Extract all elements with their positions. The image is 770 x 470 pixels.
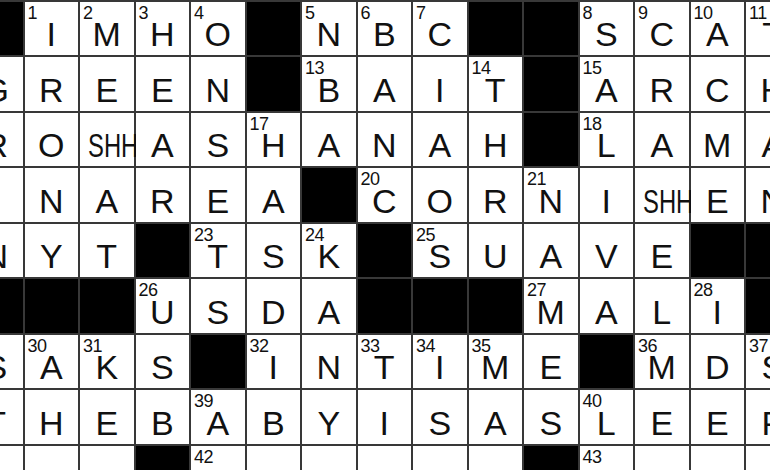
cell-r5c2[interactable]: Y (25, 224, 81, 280)
cell-r4c1[interactable]: 19I (0, 168, 25, 224)
cell-letter: N (302, 350, 356, 384)
rebus-letter: SHH (643, 184, 680, 218)
cell-letter: S (580, 17, 634, 51)
cell-r3c12[interactable]: 18L (580, 113, 636, 169)
cell-r2c4[interactable]: E (136, 57, 192, 113)
cell-r9c8[interactable] (358, 446, 414, 470)
cell-r3c3[interactable]: SHH (80, 113, 136, 169)
cell-letter: I (247, 350, 301, 384)
cell-letter: A (580, 73, 634, 107)
cell-r3c10[interactable]: H (469, 113, 525, 169)
cell-letter: M (524, 295, 578, 329)
black-cell-r9c11 (524, 446, 580, 470)
black-cell-r4c7 (302, 168, 358, 224)
cell-letter: B (358, 17, 412, 51)
cell-r7c8[interactable]: 33T (358, 335, 414, 391)
cell-r7c13[interactable]: 36M (635, 335, 691, 391)
cell-letter: B (136, 406, 190, 440)
black-cell-r9c4 (136, 446, 192, 470)
cell-r9c13[interactable] (635, 446, 691, 470)
clue-number: 42 (194, 448, 213, 466)
cell-r2c9[interactable]: I (413, 57, 469, 113)
cell-letter: A (358, 73, 412, 107)
cell-letter: A (524, 239, 578, 273)
black-cell-r2c11 (524, 57, 580, 113)
cell-letter: N (524, 184, 578, 218)
cell-r7c3[interactable]: 31K (80, 335, 136, 391)
cell-r3c4[interactable]: A (136, 113, 192, 169)
cell-r5c11[interactable]: A (524, 224, 580, 280)
cell-letter: C (413, 17, 467, 51)
cell-letter: A (469, 406, 523, 440)
cell-letter: A (191, 406, 245, 440)
cell-r8c9[interactable]: S (413, 390, 469, 446)
cell-letter: A (136, 128, 190, 162)
cell-r4c10[interactable]: R (469, 168, 525, 224)
cell-r3c14[interactable]: M (691, 113, 747, 169)
cell-letter: K (80, 350, 134, 384)
cell-letter: T (191, 239, 245, 273)
black-cell-r6c3 (80, 279, 136, 335)
cell-letter: E (191, 184, 245, 218)
cell-r3c9[interactable]: A (413, 113, 469, 169)
cell-r1c5[interactable]: 4O (191, 2, 247, 58)
cell-r3c6[interactable]: 17H (247, 113, 303, 169)
cell-r3c7[interactable]: A (302, 113, 358, 169)
cell-r9c6[interactable] (247, 446, 303, 470)
cell-r1c9[interactable]: 7C (413, 2, 469, 58)
cell-r1c2[interactable]: 1I (25, 2, 81, 58)
cell-r9c1[interactable]: 41 (0, 446, 25, 470)
black-cell-r5c15 (746, 224, 770, 280)
black-cell-r6c9 (413, 279, 469, 335)
cell-r7c1[interactable]: 29S (0, 335, 25, 391)
cell-r6c11[interactable]: 27M (524, 279, 580, 335)
cell-letter: T (0, 406, 23, 440)
cell-letter: A (80, 184, 134, 218)
cell-letter: N (302, 17, 356, 51)
cell-r8c11[interactable]: S (524, 390, 580, 446)
cell-r9c7[interactable] (302, 446, 358, 470)
cell-r4c11[interactable]: 21N (524, 168, 580, 224)
cell-letter: C (358, 184, 412, 218)
black-cell-r1c1 (0, 2, 25, 58)
cell-letter: A (413, 128, 467, 162)
cell-letter: I (413, 350, 467, 384)
black-cell-r6c8 (358, 279, 414, 335)
black-cell-r7c5 (191, 335, 247, 391)
cell-r4c8[interactable]: 20C (358, 168, 414, 224)
cell-r4c3[interactable]: A (80, 168, 136, 224)
cell-r2c14[interactable]: C (691, 57, 747, 113)
cell-r3c15[interactable]: A (746, 113, 770, 169)
cell-letter: M (635, 350, 689, 384)
cell-letter: D (247, 295, 301, 329)
cell-r5c13[interactable]: E (635, 224, 691, 280)
cell-letter: S (191, 128, 245, 162)
cell-r2c1[interactable]: 12G (0, 57, 25, 113)
cell-letter: I (413, 73, 467, 107)
cell-r9c2[interactable] (25, 446, 81, 470)
cell-letter: I (580, 184, 634, 218)
cell-r1c7[interactable]: 5N (302, 2, 358, 58)
cell-r8c5[interactable]: 39A (191, 390, 247, 446)
cell-letter: A (25, 350, 79, 384)
cell-letter: U (469, 239, 523, 273)
cell-letter: N (358, 128, 412, 162)
cell-letter: G (0, 73, 23, 107)
rebus-letter: SHH (88, 128, 125, 162)
cell-r8c12[interactable]: 40L (580, 390, 636, 446)
cell-letter: V (580, 239, 634, 273)
cell-letter: N (191, 73, 245, 107)
cell-r7c10[interactable]: 35M (469, 335, 525, 391)
cell-letter: S (524, 406, 578, 440)
black-cell-r6c2 (25, 279, 81, 335)
cell-letter: A (302, 128, 356, 162)
cell-letter: Y (25, 239, 79, 273)
cell-letter: E (524, 350, 578, 384)
cell-letter: N (0, 239, 23, 273)
cell-r9c9[interactable] (413, 446, 469, 470)
crossword-board: 1I2M3H4O5N6B7C8S9C10A11T12GREEN13BAI14T1… (0, 0, 770, 470)
cell-r9c12[interactable]: 43 (580, 446, 636, 470)
cell-r5c7[interactable]: 24K (302, 224, 358, 280)
cell-r2c7[interactable]: 13B (302, 57, 358, 113)
cell-r3c8[interactable]: N (358, 113, 414, 169)
black-cell-r2c6 (247, 57, 303, 113)
cell-letter: M (691, 128, 745, 162)
cell-letter: A (580, 295, 634, 329)
black-cell-r1c6 (247, 2, 303, 58)
cell-letter: B (302, 73, 356, 107)
cell-r6c7[interactable]: A (302, 279, 358, 335)
cell-letter: S (746, 350, 770, 384)
cell-r6c6[interactable]: D (247, 279, 303, 335)
cell-letter: T (746, 17, 770, 51)
cell-r3c2[interactable]: O (25, 113, 81, 169)
cell-r2c2[interactable]: R (25, 57, 81, 113)
cell-r8c7[interactable]: Y (302, 390, 358, 446)
cell-letter: I (358, 406, 412, 440)
cell-letter: N (746, 184, 770, 218)
cell-letter: I (0, 184, 23, 218)
cell-letter: O (25, 128, 79, 162)
cell-letter: R (0, 128, 23, 162)
cell-r4c4[interactable]: R (136, 168, 192, 224)
cell-letter: H (247, 128, 301, 162)
cell-letter: E (691, 184, 745, 218)
cell-r7c9[interactable]: 34I (413, 335, 469, 391)
cell-letter: D (691, 350, 745, 384)
cell-letter: P (746, 406, 770, 440)
cell-r6c14[interactable]: 28I (691, 279, 747, 335)
cell-r4c13[interactable]: SHH (635, 168, 691, 224)
cell-letter: L (580, 406, 634, 440)
cell-r6c4[interactable]: 26U (136, 279, 192, 335)
cell-letter: S (247, 239, 301, 273)
cell-r2c5[interactable]: N (191, 57, 247, 113)
cell-r2c15[interactable]: H (746, 57, 770, 113)
cell-r7c6[interactable]: 32I (247, 335, 303, 391)
cell-r4c14[interactable]: E (691, 168, 747, 224)
cell-r5c6[interactable]: S (247, 224, 303, 280)
black-cell-r3c11 (524, 113, 580, 169)
cell-r7c2[interactable]: 30A (25, 335, 81, 391)
cell-letter: H (469, 128, 523, 162)
cell-letter: S (191, 295, 245, 329)
cell-r9c14[interactable] (691, 446, 747, 470)
cell-r1c13[interactable]: 9C (635, 2, 691, 58)
cell-r1c14[interactable]: 10A (691, 2, 747, 58)
cell-letter: H (746, 73, 770, 107)
cell-letter: R (469, 184, 523, 218)
cell-r6c12[interactable]: A (580, 279, 636, 335)
cell-r7c15[interactable]: 37S (746, 335, 770, 391)
cell-r4c9[interactable]: O (413, 168, 469, 224)
cell-r8c4[interactable]: B (136, 390, 192, 446)
cell-letter: Y (302, 406, 356, 440)
black-cell-r6c1 (0, 279, 25, 335)
cell-letter: E (691, 406, 745, 440)
cell-letter: T (358, 350, 412, 384)
cell-r6c13[interactable]: L (635, 279, 691, 335)
cell-letter: B (247, 406, 301, 440)
cell-letter: C (635, 17, 689, 51)
cell-r4c6[interactable]: A (247, 168, 303, 224)
cell-letter: E (136, 73, 190, 107)
cell-r2c8[interactable]: A (358, 57, 414, 113)
black-cell-r1c10 (469, 2, 525, 58)
cell-r4c12[interactable]: I (580, 168, 636, 224)
cell-letter: M (80, 17, 134, 51)
cell-letter: S (413, 406, 467, 440)
cell-letter: O (413, 184, 467, 218)
cell-letter: A (247, 184, 301, 218)
cell-r9c3[interactable] (80, 446, 136, 470)
cell-letter: I (25, 17, 79, 51)
cell-r8c13[interactable]: E (635, 390, 691, 446)
cell-letter: T (469, 73, 523, 107)
cell-letter: O (191, 17, 245, 51)
cell-r2c12[interactable]: 15A (580, 57, 636, 113)
crossword-grid: 1I2M3H4O5N6B7C8S9C10A11T12GREEN13BAI14T1… (0, 0, 770, 470)
cell-r7c7[interactable]: N (302, 335, 358, 391)
cell-letter: R (25, 73, 79, 107)
cell-r5c1[interactable]: 22N (0, 224, 25, 280)
black-cell-r1c11 (524, 2, 580, 58)
cell-letter: E (80, 406, 134, 440)
cell-r7c14[interactable]: D (691, 335, 747, 391)
cell-r8c8[interactable]: I (358, 390, 414, 446)
black-cell-r7c12 (580, 335, 636, 391)
cell-r5c5[interactable]: 23T (191, 224, 247, 280)
cell-letter: H (136, 17, 190, 51)
black-cell-r6c15 (746, 279, 770, 335)
cell-letter: K (302, 239, 356, 273)
cell-letter: S (0, 350, 23, 384)
black-cell-r6c10 (469, 279, 525, 335)
cell-r1c3[interactable]: 2M (80, 2, 136, 58)
cell-r1c12[interactable]: 8S (580, 2, 636, 58)
cell-r2c10[interactable]: 14T (469, 57, 525, 113)
cell-r4c15[interactable]: N (746, 168, 770, 224)
cell-r9c10[interactable] (469, 446, 525, 470)
cell-letter: S (136, 350, 190, 384)
cell-letter: T (80, 239, 134, 273)
cell-r7c11[interactable]: E (524, 335, 580, 391)
cell-letter: N (25, 184, 79, 218)
cell-letter: R (136, 184, 190, 218)
cell-letter: E (635, 239, 689, 273)
cell-letter: U (136, 295, 190, 329)
cell-r8c1[interactable]: 38T (0, 390, 25, 446)
black-cell-r5c4 (136, 224, 192, 280)
cell-letter: S (413, 239, 467, 273)
cell-r9c15[interactable] (746, 446, 770, 470)
cell-r1c8[interactable]: 6B (358, 2, 414, 58)
cell-letter: E (635, 406, 689, 440)
cell-r1c15[interactable]: 11T (746, 2, 770, 58)
cell-r8c2[interactable]: H (25, 390, 81, 446)
cell-letter: L (580, 128, 634, 162)
cell-r3c5[interactable]: S (191, 113, 247, 169)
cell-r3c13[interactable]: A (635, 113, 691, 169)
cell-letter: H (25, 406, 79, 440)
cell-r5c12[interactable]: V (580, 224, 636, 280)
black-cell-r5c14 (691, 224, 747, 280)
cell-r8c10[interactable]: A (469, 390, 525, 446)
clue-number: 43 (583, 448, 602, 466)
cell-letter: A (746, 128, 770, 162)
cell-r4c5[interactable]: E (191, 168, 247, 224)
cell-r4c2[interactable]: N (25, 168, 81, 224)
cell-letter: A (691, 17, 745, 51)
cell-letter: A (635, 128, 689, 162)
cell-letter: R (635, 73, 689, 107)
cell-r8c14[interactable]: E (691, 390, 747, 446)
cell-r5c9[interactable]: 25S (413, 224, 469, 280)
cell-r2c3[interactable]: E (80, 57, 136, 113)
cell-r8c6[interactable]: B (247, 390, 303, 446)
cell-r7c4[interactable]: S (136, 335, 192, 391)
cell-letter: L (635, 295, 689, 329)
cell-r5c10[interactable]: U (469, 224, 525, 280)
cell-r8c3[interactable]: E (80, 390, 136, 446)
cell-r1c4[interactable]: 3H (136, 2, 192, 58)
cell-r6c5[interactable]: S (191, 279, 247, 335)
cell-r5c3[interactable]: T (80, 224, 136, 280)
cell-r2c13[interactable]: R (635, 57, 691, 113)
cell-letter: I (691, 295, 745, 329)
cell-r9c5[interactable]: 42 (191, 446, 247, 470)
black-cell-r5c8 (358, 224, 414, 280)
cell-letter: C (691, 73, 745, 107)
cell-letter: E (80, 73, 134, 107)
cell-letter: M (469, 350, 523, 384)
cell-letter: A (302, 295, 356, 329)
cell-r8c15[interactable]: P (746, 390, 770, 446)
cell-r3c1[interactable]: 16R (0, 113, 25, 169)
